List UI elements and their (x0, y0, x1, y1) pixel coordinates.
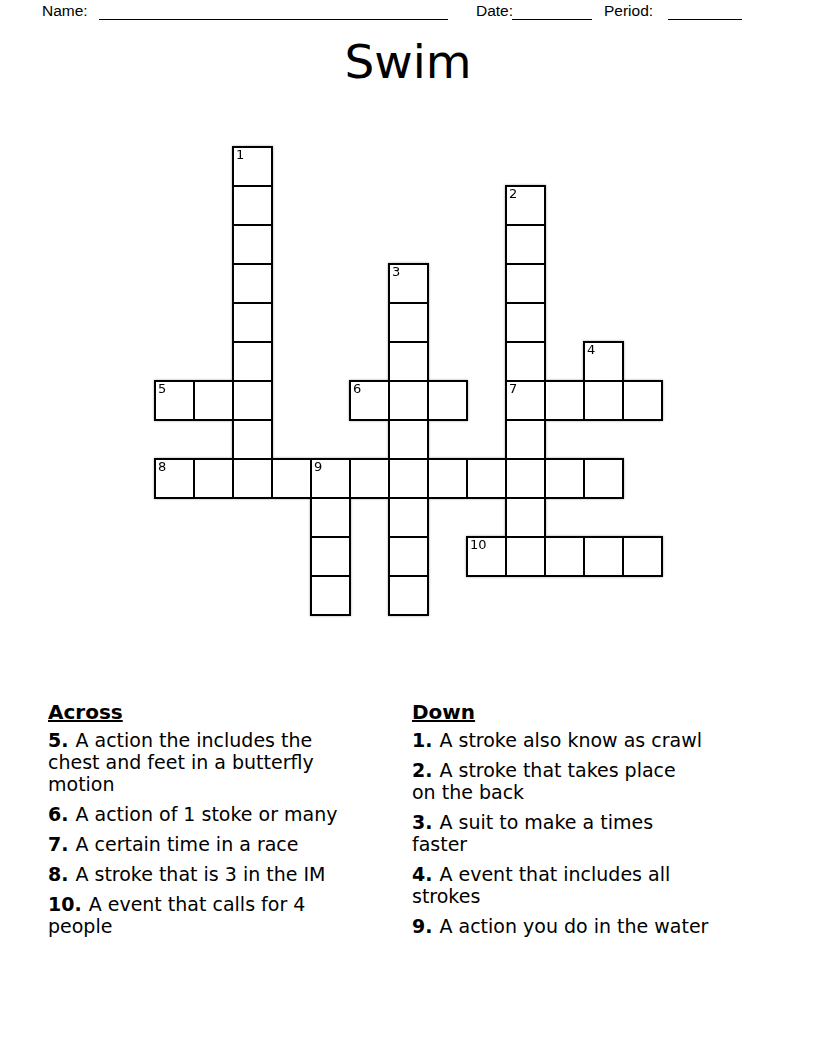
clue-number: 2. (412, 759, 432, 781)
clue-4: 4.A event that includes allstrokes (412, 863, 764, 907)
cell-number-5: 5 (158, 382, 166, 396)
grid-cell-r5c6[interactable] (388, 341, 429, 382)
clue-1: 1.A stroke also know as crawl (412, 729, 764, 751)
grid-cell-r8c2[interactable] (232, 458, 273, 499)
grid-cell-r10c8[interactable]: 10 (466, 536, 507, 577)
name-blank-line (99, 19, 448, 20)
clue-text: A action you do in the water (439, 915, 708, 937)
grid-cell-r8c6[interactable] (388, 458, 429, 499)
clue-3: 3.A suit to make a timesfaster (412, 811, 764, 855)
grid-cell-r6c0[interactable]: 5 (154, 380, 195, 421)
clue-text: A certain time in a race (75, 833, 298, 855)
cell-number-10: 10 (470, 538, 487, 552)
grid-cell-r8c4[interactable]: 9 (310, 458, 351, 499)
grid-cell-r10c11[interactable] (583, 536, 624, 577)
grid-cell-r4c6[interactable] (388, 302, 429, 343)
puzzle-title: Swim (0, 36, 816, 88)
grid-cell-r6c11[interactable] (583, 380, 624, 421)
grid-cell-r10c10[interactable] (544, 536, 585, 577)
cell-number-8: 8 (158, 460, 166, 474)
grid-cell-r8c8[interactable] (466, 458, 507, 499)
clue-8: 8.A stroke that is 3 in the IM (48, 863, 400, 885)
clue-number: 5. (48, 729, 68, 751)
period-blank-line (668, 19, 742, 20)
date-label: Date: (476, 2, 513, 20)
grid-cell-r8c0[interactable]: 8 (154, 458, 195, 499)
clue-5: 5.A action the includes thechest and fee… (48, 729, 400, 795)
grid-cell-r10c9[interactable] (505, 536, 546, 577)
clue-10: 10.A event that calls for 4people (48, 893, 400, 937)
period-label: Period: (604, 2, 653, 20)
grid-cell-r3c6[interactable]: 3 (388, 263, 429, 304)
cell-number-4: 4 (587, 343, 595, 357)
down-heading: Down (412, 700, 764, 724)
clue-2: 2.A stroke that takes placeon the back (412, 759, 764, 803)
clue-6: 6.A action of 1 stoke or many (48, 803, 400, 825)
crossword-grid: 12345678910 (154, 146, 663, 616)
grid-cell-r6c12[interactable] (622, 380, 663, 421)
cell-number-6: 6 (353, 382, 361, 396)
clue-number: 10. (48, 893, 82, 915)
grid-cell-r6c7[interactable] (427, 380, 468, 421)
grid-cell-r10c12[interactable] (622, 536, 663, 577)
clue-number: 6. (48, 803, 68, 825)
clue-7: 7.A certain time in a race (48, 833, 400, 855)
clue-text: A suit to make a timesfaster (412, 811, 653, 855)
grid-cell-r7c6[interactable] (388, 419, 429, 460)
grid-cell-r8c11[interactable] (583, 458, 624, 499)
clue-text: A action the includes thechest and feet … (48, 729, 314, 795)
grid-cell-r1c9[interactable]: 2 (505, 185, 546, 226)
worksheet-page: Name: Date: Period: Swim 12345678910 Acr… (0, 0, 816, 1056)
across-clues-section: Across 5.A action the includes thechest … (48, 700, 400, 945)
cell-number-3: 3 (392, 265, 400, 279)
grid-cell-r9c9[interactable] (505, 497, 546, 538)
grid-cell-r3c2[interactable] (232, 263, 273, 304)
grid-cell-r8c5[interactable] (349, 458, 390, 499)
clue-text: A stroke that takes placeon the back (412, 759, 676, 803)
clue-number: 4. (412, 863, 432, 885)
grid-cell-r7c2[interactable] (232, 419, 273, 460)
grid-cell-r6c1[interactable] (193, 380, 234, 421)
grid-cell-r8c9[interactable] (505, 458, 546, 499)
grid-cell-r6c6[interactable] (388, 380, 429, 421)
clue-number: 9. (412, 915, 432, 937)
grid-cell-r6c5[interactable]: 6 (349, 380, 390, 421)
clue-text: A event that calls for 4people (48, 893, 305, 937)
grid-cell-r2c2[interactable] (232, 224, 273, 265)
grid-cell-r1c2[interactable] (232, 185, 273, 226)
name-label: Name: (42, 2, 88, 20)
grid-cell-r4c2[interactable] (232, 302, 273, 343)
clue-text: A event that includes allstrokes (412, 863, 670, 907)
cell-number-1: 1 (236, 148, 244, 162)
grid-cell-r10c6[interactable] (388, 536, 429, 577)
down-clues-section: Down 1.A stroke also know as crawl2.A st… (412, 700, 764, 945)
clue-number: 8. (48, 863, 68, 885)
grid-cell-r7c9[interactable] (505, 419, 546, 460)
grid-cell-r8c10[interactable] (544, 458, 585, 499)
grid-cell-r3c9[interactable] (505, 263, 546, 304)
cell-number-2: 2 (509, 187, 517, 201)
date-blank-line (512, 19, 592, 20)
grid-cell-r11c6[interactable] (388, 575, 429, 616)
grid-cell-r4c9[interactable] (505, 302, 546, 343)
grid-cell-r10c4[interactable] (310, 536, 351, 577)
grid-cell-r6c9[interactable]: 7 (505, 380, 546, 421)
grid-cell-r11c4[interactable] (310, 575, 351, 616)
grid-cell-r9c6[interactable] (388, 497, 429, 538)
grid-cell-r5c9[interactable] (505, 341, 546, 382)
grid-cell-r8c1[interactable] (193, 458, 234, 499)
grid-cell-r6c10[interactable] (544, 380, 585, 421)
grid-cell-r6c2[interactable] (232, 380, 273, 421)
clue-text: A stroke also know as crawl (439, 729, 702, 751)
grid-cell-r5c11[interactable]: 4 (583, 341, 624, 382)
cell-number-7: 7 (509, 382, 517, 396)
grid-cell-r2c9[interactable] (505, 224, 546, 265)
clue-9: 9.A action you do in the water (412, 915, 764, 937)
grid-cell-r9c4[interactable] (310, 497, 351, 538)
across-heading: Across (48, 700, 400, 724)
cell-number-9: 9 (314, 460, 322, 474)
clue-text: A stroke that is 3 in the IM (75, 863, 325, 885)
clue-number: 7. (48, 833, 68, 855)
grid-cell-r5c2[interactable] (232, 341, 273, 382)
grid-cell-r8c7[interactable] (427, 458, 468, 499)
grid-cell-r8c3[interactable] (271, 458, 312, 499)
clue-number: 3. (412, 811, 432, 833)
grid-cell-r0c2[interactable]: 1 (232, 146, 273, 187)
clue-text: A action of 1 stoke or many (75, 803, 337, 825)
clue-number: 1. (412, 729, 432, 751)
